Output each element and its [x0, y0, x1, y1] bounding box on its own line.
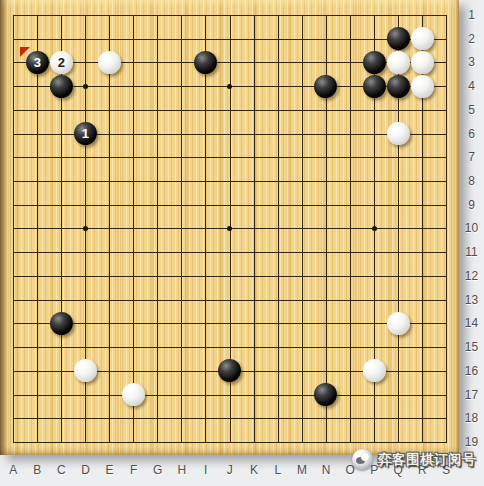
col-label-A: A — [9, 463, 17, 477]
stone-black-D6: 1 — [74, 122, 97, 145]
row-label-3: 3 — [468, 55, 475, 69]
stone-white-P16 — [363, 359, 386, 382]
stone-black-P3 — [363, 51, 386, 74]
stone-white-C3: 2 — [50, 51, 73, 74]
col-label-J: J — [227, 463, 233, 477]
col-label-D: D — [81, 463, 90, 477]
row-label-2: 2 — [468, 32, 475, 46]
yike-logo-icon — [352, 449, 373, 470]
stone-black-B3: 3 — [26, 51, 49, 74]
watermark-text: 弈客围棋订阅号 — [378, 451, 476, 469]
screenshot-root: 321 ABCDEFGHIJKLMNOPQRS 1234567891011121… — [0, 0, 484, 486]
row-label-4: 4 — [468, 79, 475, 93]
row-label-7: 7 — [468, 150, 475, 164]
col-label-M: M — [297, 463, 307, 477]
col-label-E: E — [106, 463, 114, 477]
stone-black-I3 — [194, 51, 217, 74]
star-point-J10 — [227, 226, 232, 231]
row-label-5: 5 — [468, 103, 475, 117]
col-label-L: L — [275, 463, 282, 477]
stone-black-Q2 — [387, 27, 410, 50]
star-point-D10 — [83, 226, 88, 231]
stone-white-F17 — [122, 383, 145, 406]
stone-white-R4 — [411, 75, 434, 98]
col-label-K: K — [250, 463, 258, 477]
stone-white-R3 — [411, 51, 434, 74]
row-label-1: 1 — [468, 8, 475, 22]
stone-white-R2 — [411, 27, 434, 50]
row-label-13: 13 — [465, 293, 478, 307]
row-label-15: 15 — [465, 340, 478, 354]
stone-black-N4 — [314, 75, 337, 98]
row-label-11: 11 — [465, 245, 477, 259]
stone-white-E3 — [98, 51, 121, 74]
stone-black-N17 — [314, 383, 337, 406]
stone-white-Q6 — [387, 122, 410, 145]
star-point-P10 — [372, 226, 377, 231]
stone-black-P4 — [363, 75, 386, 98]
star-point-J4 — [227, 84, 232, 89]
stone-white-Q14 — [387, 312, 410, 335]
row-label-10: 10 — [465, 221, 478, 235]
stone-black-C4 — [50, 75, 73, 98]
move-number: 1 — [82, 127, 89, 140]
row-label-9: 9 — [468, 198, 475, 212]
col-label-F: F — [130, 463, 137, 477]
col-label-I: I — [204, 463, 207, 477]
stones-layer: 321 — [1, 3, 458, 454]
go-board[interactable]: 321 — [0, 0, 459, 455]
watermark: 弈客围棋订阅号 — [352, 449, 476, 470]
move-number: 3 — [34, 56, 41, 69]
row-label-17: 17 — [465, 388, 478, 402]
row-label-19: 19 — [465, 435, 478, 449]
stone-black-C14 — [50, 312, 73, 335]
stone-black-J16 — [218, 359, 241, 382]
star-point-D4 — [83, 84, 88, 89]
row-label-6: 6 — [468, 127, 475, 141]
col-label-N: N — [322, 463, 331, 477]
col-label-C: C — [57, 463, 66, 477]
row-label-8: 8 — [468, 174, 475, 188]
col-label-B: B — [33, 463, 41, 477]
stone-white-D16 — [74, 359, 97, 382]
stone-black-Q4 — [387, 75, 410, 98]
row-label-16: 16 — [465, 364, 478, 378]
col-label-G: G — [153, 463, 162, 477]
row-label-14: 14 — [465, 316, 478, 330]
col-label-H: H — [177, 463, 186, 477]
row-label-12: 12 — [465, 269, 478, 283]
move-number: 2 — [58, 56, 65, 69]
stone-white-Q3 — [387, 51, 410, 74]
row-label-18: 18 — [465, 411, 478, 425]
